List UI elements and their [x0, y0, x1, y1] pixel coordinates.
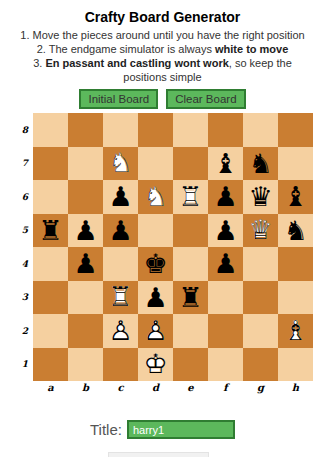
instruction-line-3: 3. En passant and castling wont work, so…: [12, 56, 314, 84]
toolbar: Initial Board Clear Board: [0, 89, 325, 109]
rank-label-8: 8: [17, 113, 33, 147]
square-a3[interactable]: [33, 281, 68, 315]
black-pawn-piece[interactable]: ♟: [213, 217, 237, 244]
square-e4[interactable]: [173, 247, 208, 281]
square-h3[interactable]: [278, 281, 313, 315]
file-label-g: g: [243, 382, 278, 393]
square-d4[interactable]: ♚: [138, 247, 173, 281]
square-a1[interactable]: [33, 348, 68, 382]
square-c3[interactable]: ♜♖: [103, 281, 138, 315]
black-knight-piece[interactable]: ♞: [283, 217, 307, 244]
title-input[interactable]: [127, 420, 235, 439]
square-b1[interactable]: [68, 348, 103, 382]
black-pawn-piece[interactable]: ♟: [213, 183, 237, 210]
square-c8[interactable]: [103, 113, 138, 147]
clear-board-button[interactable]: Clear Board: [166, 89, 245, 109]
square-c4[interactable]: [103, 247, 138, 281]
rank-label-6: 6: [17, 180, 33, 214]
square-g3[interactable]: [243, 281, 278, 315]
square-b8[interactable]: [68, 113, 103, 147]
black-bishop-piece[interactable]: ♝: [213, 150, 237, 177]
black-queen-piece[interactable]: ♛: [248, 183, 272, 210]
square-h1[interactable]: [278, 348, 313, 382]
square-c2[interactable]: ♟♙: [103, 314, 138, 348]
page: Crafty Board Generator 1. Move the piece…: [0, 0, 325, 457]
black-rook-piece[interactable]: ♜: [38, 217, 62, 244]
square-g7[interactable]: ♞: [243, 147, 278, 181]
square-a8[interactable]: [33, 113, 68, 147]
instruction-line-2: 2. The endgame simulator is always white…: [12, 42, 314, 56]
square-f3[interactable]: [208, 281, 243, 315]
square-h8[interactable]: [278, 113, 313, 147]
square-e6[interactable]: ♜♖: [173, 180, 208, 214]
rank-label-2: 2: [17, 314, 33, 348]
file-label-f: f: [208, 382, 243, 393]
instruction-line-1: 1. Move the pieces around until you have…: [12, 28, 314, 42]
square-f8[interactable]: [208, 113, 243, 147]
square-f1[interactable]: [208, 348, 243, 382]
square-d8[interactable]: [138, 113, 173, 147]
black-pawn-piece[interactable]: ♟: [73, 250, 97, 277]
square-a6[interactable]: [33, 180, 68, 214]
black-pawn-piece[interactable]: ♟: [143, 284, 167, 311]
file-label-a: a: [33, 382, 68, 393]
square-f4[interactable]: ♟: [208, 247, 243, 281]
white-queen-piece[interactable]: ♛♕: [246, 215, 276, 245]
rank-label-5: 5: [17, 214, 33, 248]
square-f7[interactable]: ♝: [208, 147, 243, 181]
white-bishop-piece[interactable]: ♝♗: [281, 316, 311, 346]
square-f2[interactable]: [208, 314, 243, 348]
file-label-b: b: [68, 382, 103, 393]
initial-board-button[interactable]: Initial Board: [79, 89, 158, 109]
square-e2[interactable]: [173, 314, 208, 348]
square-e5[interactable]: [173, 214, 208, 248]
square-h5[interactable]: ♞: [278, 214, 313, 248]
black-rook-piece[interactable]: ♜: [178, 284, 202, 311]
square-e7[interactable]: [173, 147, 208, 181]
square-c6[interactable]: ♟: [103, 180, 138, 214]
white-king-piece[interactable]: ♚♔: [141, 349, 171, 379]
square-a4[interactable]: [33, 247, 68, 281]
white-pawn-piece[interactable]: ♟♙: [106, 316, 136, 346]
square-b3[interactable]: [68, 281, 103, 315]
square-b7[interactable]: [68, 147, 103, 181]
file-label-h: h: [278, 382, 313, 393]
square-c7[interactable]: ♞♘: [103, 147, 138, 181]
square-e3[interactable]: ♜: [173, 281, 208, 315]
file-label-d: d: [138, 382, 173, 393]
title-row: Title:: [0, 420, 325, 439]
square-h2[interactable]: ♝♗: [278, 314, 313, 348]
white-pawn-piece[interactable]: ♟♙: [141, 316, 171, 346]
partial-bottom-button[interactable]: [108, 452, 209, 457]
square-d6[interactable]: ♞♘: [138, 180, 173, 214]
square-h4[interactable]: [278, 247, 313, 281]
black-bishop-piece[interactable]: ♝: [283, 183, 307, 210]
square-d3[interactable]: ♟: [138, 281, 173, 315]
square-e8[interactable]: [173, 113, 208, 147]
black-pawn-piece[interactable]: ♟: [73, 217, 97, 244]
square-d1[interactable]: ♚♔: [138, 348, 173, 382]
title-label: Title:: [90, 421, 122, 438]
square-b5[interactable]: ♟: [68, 214, 103, 248]
square-g8[interactable]: [243, 113, 278, 147]
square-b4[interactable]: ♟: [68, 247, 103, 281]
square-g2[interactable]: [243, 314, 278, 348]
file-label-e: e: [173, 382, 208, 393]
white-rook-piece[interactable]: ♜♖: [176, 182, 206, 212]
file-label-c: c: [103, 382, 138, 393]
square-c5[interactable]: ♟: [103, 214, 138, 248]
black-pawn-piece[interactable]: ♟: [108, 183, 132, 210]
square-h7[interactable]: [278, 147, 313, 181]
black-pawn-piece[interactable]: ♟: [213, 250, 237, 277]
square-h6[interactable]: ♝: [278, 180, 313, 214]
black-pawn-piece[interactable]: ♟: [108, 217, 132, 244]
square-g5[interactable]: ♛♕: [243, 214, 278, 248]
rank-label-7: 7: [17, 147, 33, 181]
square-b6[interactable]: [68, 180, 103, 214]
square-d7[interactable]: [138, 147, 173, 181]
square-e1[interactable]: [173, 348, 208, 382]
square-g4[interactable]: [243, 247, 278, 281]
square-d2[interactable]: ♟♙: [138, 314, 173, 348]
square-d5[interactable]: [138, 214, 173, 248]
white-rook-piece[interactable]: ♜♖: [106, 282, 136, 312]
rank-label-1: 1: [17, 348, 33, 382]
rank-label-3: 3: [17, 281, 33, 315]
rank-label-4: 4: [17, 247, 33, 281]
square-a7[interactable]: [33, 147, 68, 181]
square-g1[interactable]: [243, 348, 278, 382]
black-knight-piece[interactable]: ♞: [248, 150, 272, 177]
chess-board: 87♞♘♝♞6♟♞♘♜♖♟♛♝5♜♟♟♟♛♕♞4♟♚♟3♜♖♟♜2♟♙♟♙♝♗1…: [17, 113, 325, 393]
instructions: 1. Move the pieces around until you have…: [12, 28, 314, 84]
white-knight-piece[interactable]: ♞♘: [141, 182, 171, 212]
square-f5[interactable]: ♟: [208, 214, 243, 248]
square-a2[interactable]: [33, 314, 68, 348]
square-f6[interactable]: ♟: [208, 180, 243, 214]
square-b2[interactable]: [68, 314, 103, 348]
square-g6[interactable]: ♛: [243, 180, 278, 214]
white-knight-piece[interactable]: ♞♘: [106, 148, 136, 178]
page-title: Crafty Board Generator: [0, 9, 325, 25]
square-a5[interactable]: ♜: [33, 214, 68, 248]
black-king-piece[interactable]: ♚: [143, 250, 167, 277]
square-c1[interactable]: [103, 348, 138, 382]
